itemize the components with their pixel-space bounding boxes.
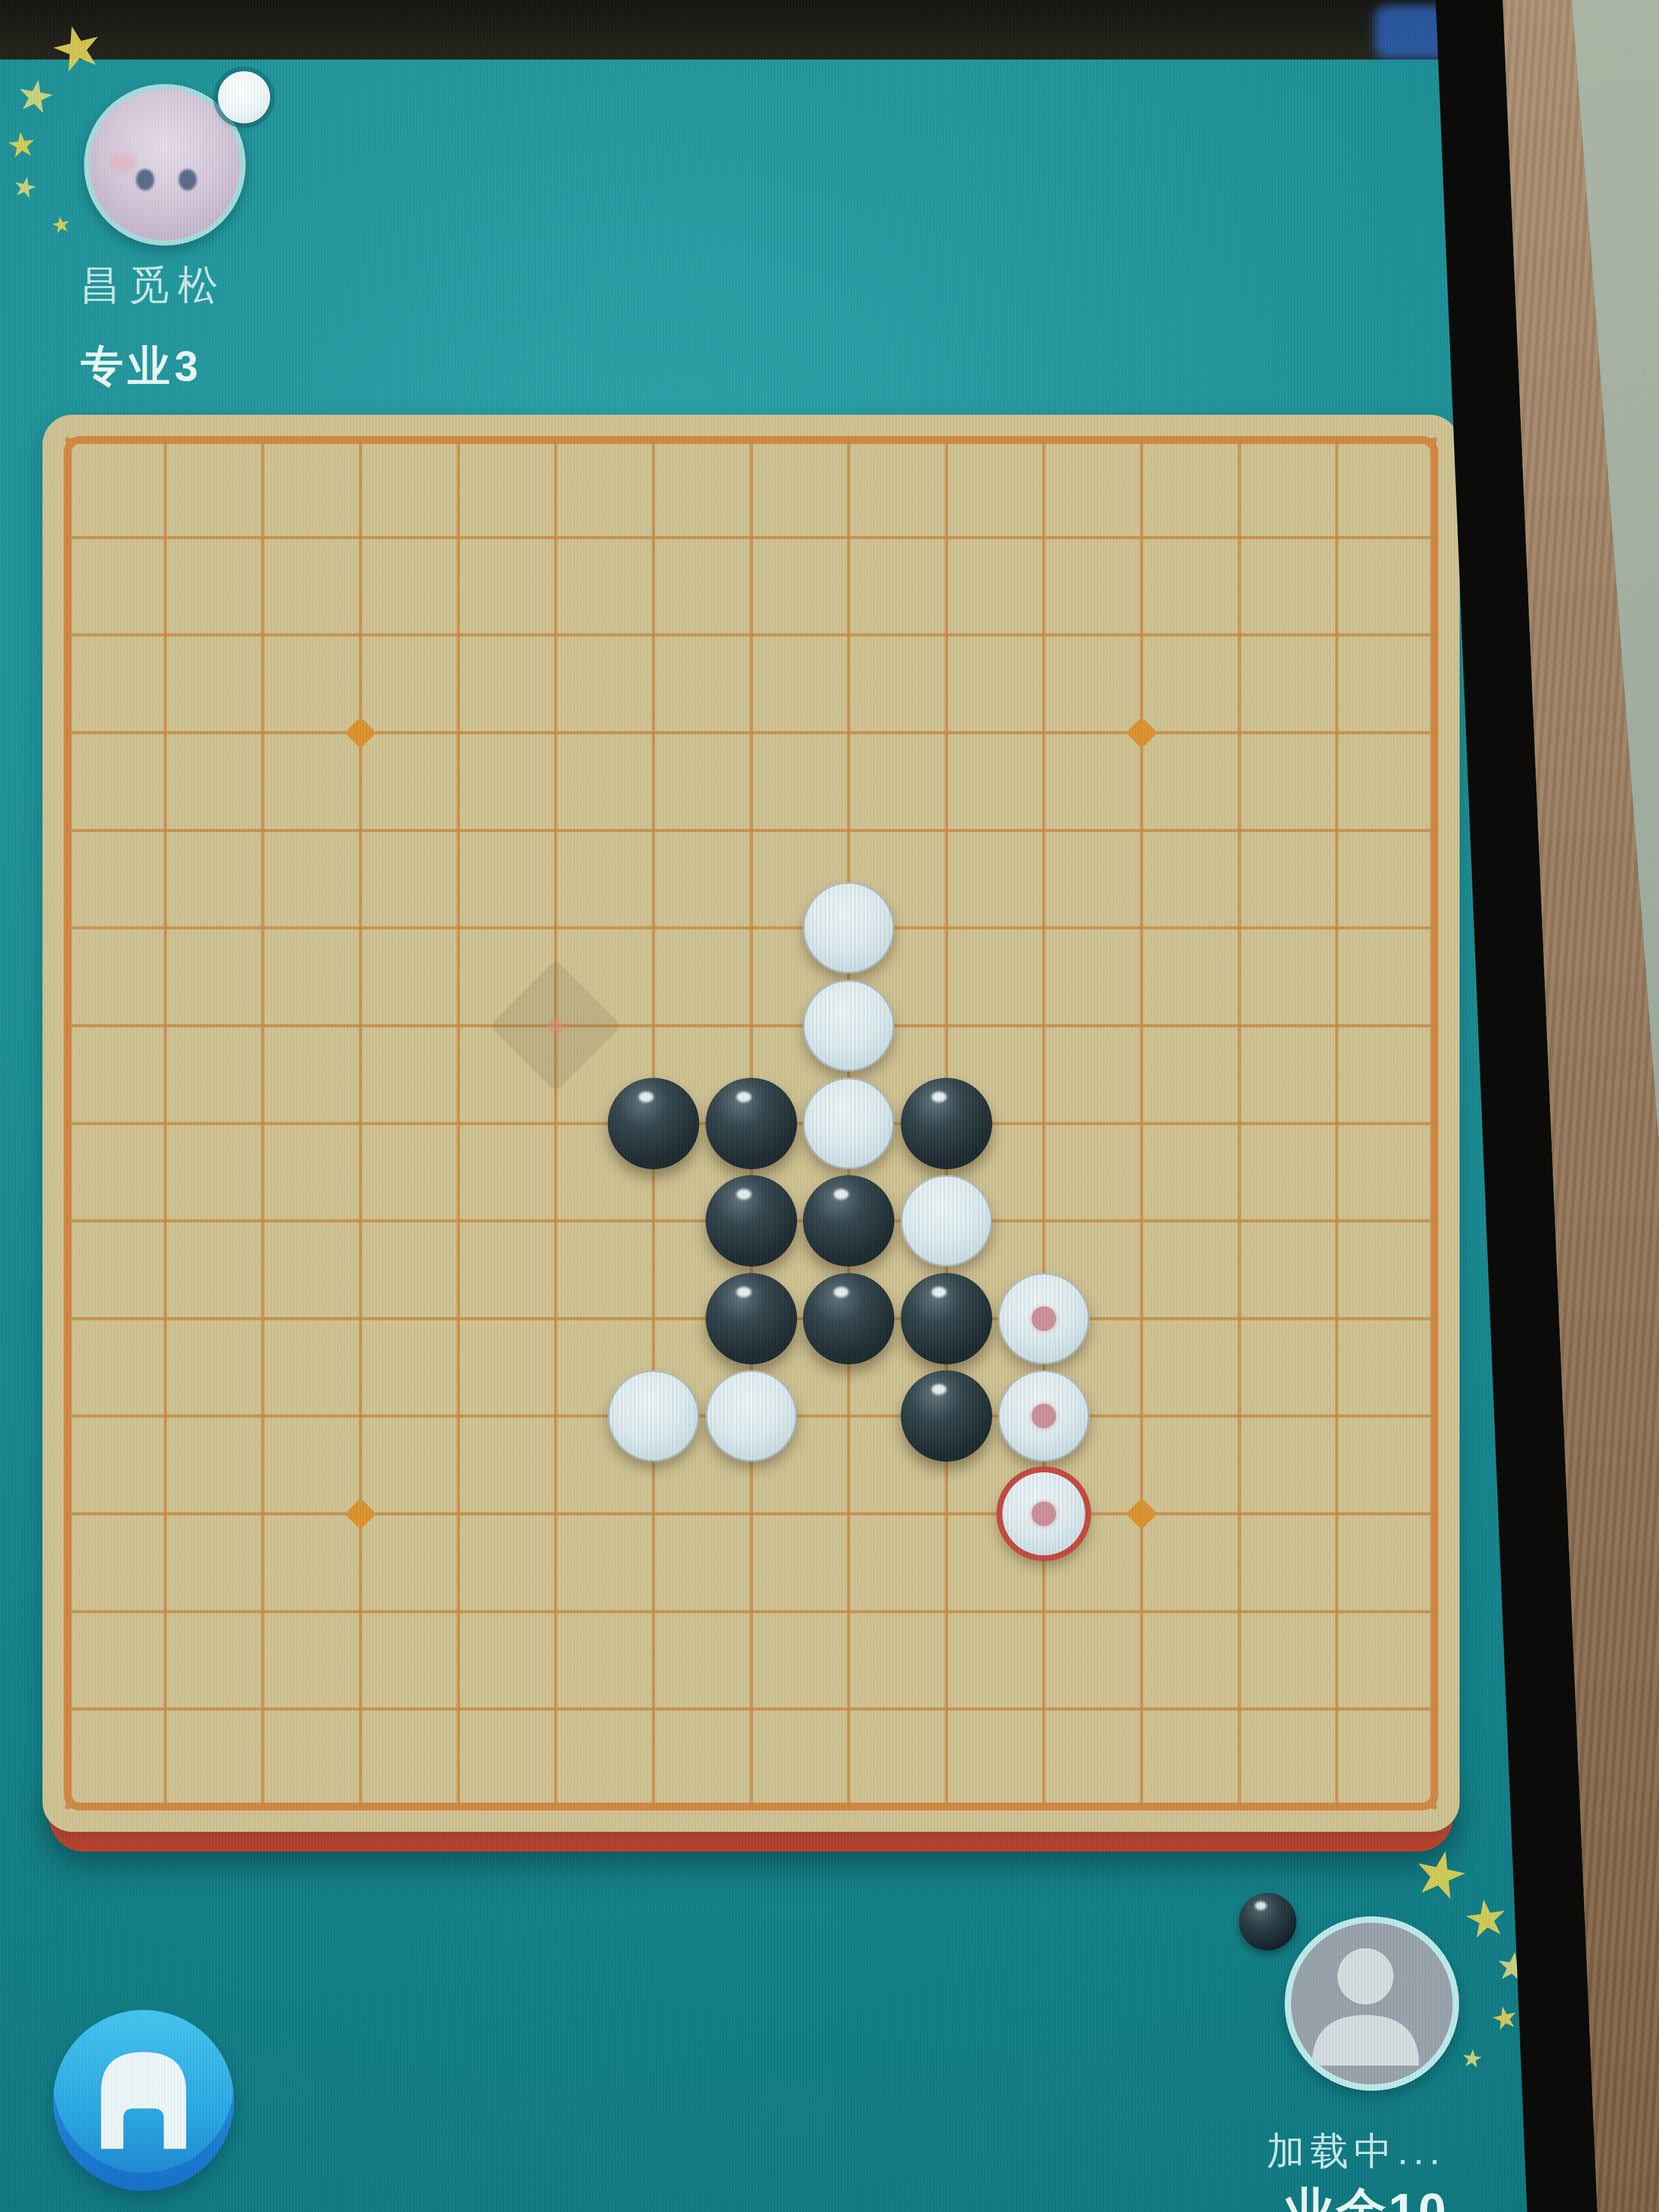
bottom-player-rank-badge: 业余10 — [1284, 2178, 1448, 2212]
top-player-name: 昌觅松 — [80, 258, 227, 313]
white-stone-indicator — [218, 71, 270, 123]
star-point — [1126, 717, 1157, 748]
star-point — [345, 1498, 376, 1529]
dot-marker — [1032, 1404, 1056, 1428]
grid-line — [1042, 437, 1045, 1809]
app-screen: 昌觅松 专业3 加载中... 业余10 — [0, 0, 1659, 2212]
grid-line — [65, 633, 1437, 636]
grid-line — [750, 437, 753, 1809]
stone-black — [901, 1078, 992, 1169]
stone-black — [608, 1078, 699, 1169]
grid-line — [65, 1317, 1437, 1320]
stone-black — [901, 1370, 992, 1462]
grid-line — [652, 437, 655, 1809]
stone-black — [706, 1175, 797, 1267]
grid-line — [65, 1414, 1437, 1418]
star-icon — [44, 13, 111, 84]
avatar-eye-icon — [136, 169, 154, 190]
star-icon — [1460, 1890, 1513, 1947]
grid-line — [65, 1805, 1437, 1808]
top-player-avatar[interactable] — [84, 84, 246, 246]
grid-line — [65, 926, 1437, 929]
stone-white — [608, 1370, 699, 1462]
grid-line — [1238, 437, 1241, 1809]
grid-line — [65, 1512, 1437, 1515]
grid-line — [65, 438, 1437, 441]
grid-line — [65, 1219, 1437, 1222]
star-icon — [5, 126, 39, 163]
stone-black — [901, 1273, 992, 1364]
photo-background: 昌觅松 专业3 加载中... 业余10 — [0, 0, 1659, 2212]
grid-line — [554, 437, 557, 1809]
home-icon — [85, 2037, 202, 2154]
stone-black — [706, 1273, 797, 1364]
grid-line — [1140, 437, 1143, 1809]
gomoku-board[interactable] — [43, 415, 1460, 1832]
grid-line — [66, 437, 69, 1809]
grid-line — [65, 1122, 1437, 1125]
board-base-rim — [49, 1771, 1453, 1851]
grid-line — [65, 1610, 1437, 1613]
ghost-marker — [490, 959, 622, 1092]
star-icon — [1406, 1838, 1474, 1911]
grid-line — [261, 437, 264, 1809]
avatar-image — [108, 153, 136, 171]
stone-black — [803, 1175, 894, 1267]
grid-line — [945, 437, 948, 1809]
star-point — [1126, 1498, 1157, 1529]
grid-line — [65, 1024, 1437, 1027]
bottom-player-name: 加载中... — [1267, 2126, 1445, 2177]
grid-line — [65, 1707, 1437, 1711]
dot-marker — [1032, 1306, 1056, 1331]
top-player-rank-badge: 专业3 — [81, 338, 203, 396]
black-stone-indicator — [1239, 1893, 1296, 1950]
stone-white — [706, 1370, 797, 1462]
grid-line — [65, 731, 1437, 734]
stone-white — [998, 1273, 1090, 1364]
grid-line — [847, 437, 850, 1809]
grid-line — [65, 536, 1437, 539]
star-icon — [49, 212, 73, 238]
board-frame — [64, 436, 1438, 1811]
grid-line — [164, 437, 167, 1809]
stone-white — [803, 980, 894, 1071]
star-icon — [12, 71, 58, 121]
stone-black — [706, 1078, 797, 1169]
person-icon — [1291, 1923, 1440, 2072]
home-button[interactable] — [53, 2010, 234, 2191]
board-grid — [43, 415, 1460, 1832]
grid-line — [1335, 437, 1338, 1809]
bottom-player-avatar[interactable] — [1285, 1916, 1459, 2091]
star-point — [345, 717, 376, 748]
status-bar — [0, 0, 1526, 60]
avatar-eye-icon — [179, 169, 197, 190]
star-icon — [1488, 2000, 1522, 2036]
stone-white — [901, 1175, 992, 1267]
dot-marker — [1032, 1502, 1056, 1526]
star-point — [735, 1108, 767, 1139]
star-icon — [10, 171, 40, 204]
grid-line — [65, 829, 1437, 832]
grid-line — [359, 437, 362, 1809]
grid-line — [457, 437, 460, 1809]
grid-line — [1433, 437, 1436, 1809]
stone-black — [803, 1273, 894, 1364]
stone-white — [803, 882, 894, 974]
stone-white — [803, 1078, 894, 1169]
stone-white — [998, 1370, 1090, 1462]
star-icon — [1460, 2045, 1485, 2072]
stone-white — [998, 1468, 1090, 1560]
